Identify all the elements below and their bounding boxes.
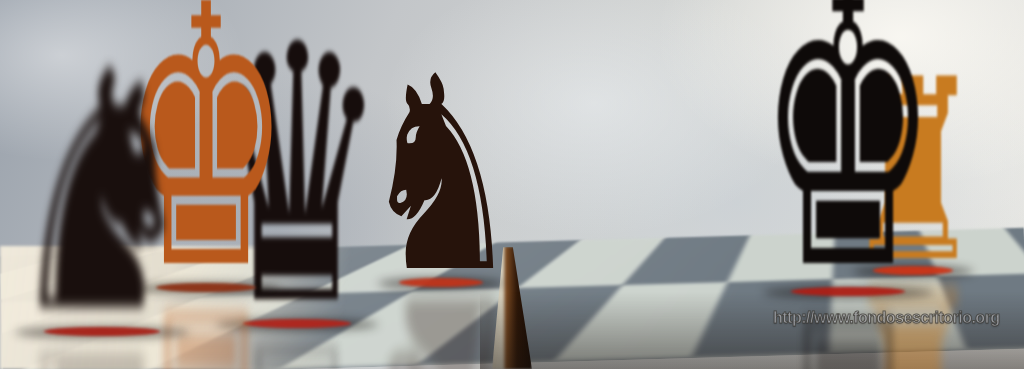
black-knight-center: ♞ — [359, 41, 522, 309]
black-king: ♚ — [758, 0, 937, 323]
photo-stage: ♛♛♚♚♞♞♞♞♜♜♚♚ http://www.fondosescritorio… — [0, 0, 1024, 369]
black-knight-left: ♞ — [4, 28, 199, 358]
watermark-url: http://www.fondosescritorio.org — [773, 308, 1000, 328]
